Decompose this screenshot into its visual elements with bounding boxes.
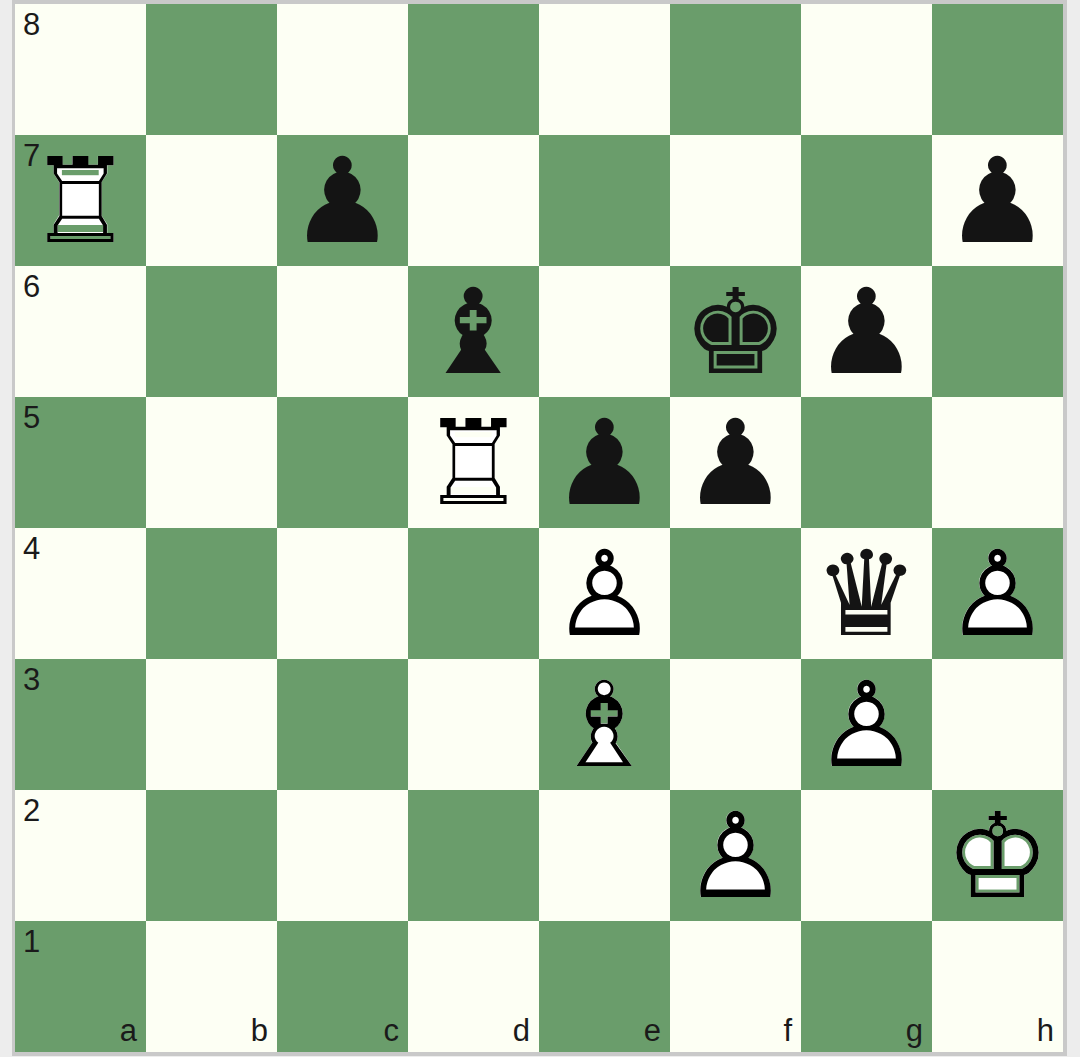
square-b3[interactable] bbox=[146, 659, 277, 790]
chess-board-frame: 87♜♖♟♟6♝♚♟5♜♖♟♟4♟♙♛♟♙3♝♗♟♙2♟♙♚♔1abcdefgh bbox=[12, 0, 1067, 1056]
square-c4[interactable] bbox=[277, 528, 408, 659]
square-g7[interactable] bbox=[801, 135, 932, 266]
square-b6[interactable] bbox=[146, 266, 277, 397]
black-pawn: ♟ bbox=[670, 397, 801, 528]
white-bishop-fill: ♝ bbox=[539, 659, 670, 790]
white-rook: ♖ bbox=[408, 397, 539, 528]
white-pawn-fill: ♟ bbox=[670, 790, 801, 921]
file-label-h: h bbox=[1037, 1013, 1054, 1049]
black-queen: ♛ bbox=[801, 528, 932, 659]
rank-label-5: 5 bbox=[23, 400, 40, 436]
square-d1[interactable]: d bbox=[408, 921, 539, 1052]
square-g2[interactable] bbox=[801, 790, 932, 921]
square-c2[interactable] bbox=[277, 790, 408, 921]
rank-label-2: 2 bbox=[23, 793, 40, 829]
square-a2[interactable]: 2 bbox=[15, 790, 146, 921]
white-pawn-fill: ♟ bbox=[801, 659, 932, 790]
square-g5[interactable] bbox=[801, 397, 932, 528]
black-pawn: ♟ bbox=[932, 135, 1063, 266]
square-f6[interactable]: ♚ bbox=[670, 266, 801, 397]
square-e4[interactable]: ♟♙ bbox=[539, 528, 670, 659]
rank-label-4: 4 bbox=[23, 531, 40, 567]
square-e2[interactable] bbox=[539, 790, 670, 921]
rank-label-8: 8 bbox=[23, 7, 40, 43]
white-pawn: ♙ bbox=[932, 528, 1063, 659]
rank-label-3: 3 bbox=[23, 662, 40, 698]
square-f4[interactable] bbox=[670, 528, 801, 659]
square-e5[interactable]: ♟ bbox=[539, 397, 670, 528]
rank-label-1: 1 bbox=[23, 924, 40, 960]
file-label-a: a bbox=[120, 1013, 137, 1049]
square-a4[interactable]: 4 bbox=[15, 528, 146, 659]
black-pawn: ♟ bbox=[801, 266, 932, 397]
square-b4[interactable] bbox=[146, 528, 277, 659]
white-pawn: ♙ bbox=[539, 528, 670, 659]
black-pawn: ♟ bbox=[539, 397, 670, 528]
square-d5[interactable]: ♜♖ bbox=[408, 397, 539, 528]
square-h7[interactable]: ♟ bbox=[932, 135, 1063, 266]
file-label-b: b bbox=[251, 1013, 268, 1049]
square-b5[interactable] bbox=[146, 397, 277, 528]
square-d3[interactable] bbox=[408, 659, 539, 790]
square-d6[interactable]: ♝ bbox=[408, 266, 539, 397]
square-b8[interactable] bbox=[146, 4, 277, 135]
square-g6[interactable]: ♟ bbox=[801, 266, 932, 397]
square-e1[interactable]: e bbox=[539, 921, 670, 1052]
file-label-g: g bbox=[906, 1013, 923, 1049]
square-f7[interactable] bbox=[670, 135, 801, 266]
square-h2[interactable]: ♚♔ bbox=[932, 790, 1063, 921]
square-f3[interactable] bbox=[670, 659, 801, 790]
rank-label-7: 7 bbox=[23, 138, 40, 174]
square-d4[interactable] bbox=[408, 528, 539, 659]
square-b7[interactable] bbox=[146, 135, 277, 266]
rank-label-6: 6 bbox=[23, 269, 40, 305]
black-pawn: ♟ bbox=[277, 135, 408, 266]
square-d2[interactable] bbox=[408, 790, 539, 921]
square-h8[interactable] bbox=[932, 4, 1063, 135]
square-c6[interactable] bbox=[277, 266, 408, 397]
white-pawn-fill: ♟ bbox=[539, 528, 670, 659]
square-c3[interactable] bbox=[277, 659, 408, 790]
square-c8[interactable] bbox=[277, 4, 408, 135]
square-g3[interactable]: ♟♙ bbox=[801, 659, 932, 790]
square-h3[interactable] bbox=[932, 659, 1063, 790]
square-g4[interactable]: ♛ bbox=[801, 528, 932, 659]
square-d7[interactable] bbox=[408, 135, 539, 266]
white-king-fill: ♚ bbox=[932, 790, 1063, 921]
square-a7[interactable]: 7♜♖ bbox=[15, 135, 146, 266]
file-label-d: d bbox=[513, 1013, 530, 1049]
square-b1[interactable]: b bbox=[146, 921, 277, 1052]
square-h4[interactable]: ♟♙ bbox=[932, 528, 1063, 659]
square-e3[interactable]: ♝♗ bbox=[539, 659, 670, 790]
square-e7[interactable] bbox=[539, 135, 670, 266]
square-c5[interactable] bbox=[277, 397, 408, 528]
white-rook-fill: ♜ bbox=[15, 135, 146, 266]
square-g8[interactable] bbox=[801, 4, 932, 135]
square-a6[interactable]: 6 bbox=[15, 266, 146, 397]
square-c7[interactable]: ♟ bbox=[277, 135, 408, 266]
square-f8[interactable] bbox=[670, 4, 801, 135]
square-a8[interactable]: 8 bbox=[15, 4, 146, 135]
file-label-e: e bbox=[644, 1013, 661, 1049]
square-e8[interactable] bbox=[539, 4, 670, 135]
white-pawn: ♙ bbox=[801, 659, 932, 790]
square-a5[interactable]: 5 bbox=[15, 397, 146, 528]
square-f5[interactable]: ♟ bbox=[670, 397, 801, 528]
white-bishop: ♗ bbox=[539, 659, 670, 790]
black-bishop: ♝ bbox=[408, 266, 539, 397]
square-h5[interactable] bbox=[932, 397, 1063, 528]
chess-board: 87♜♖♟♟6♝♚♟5♜♖♟♟4♟♙♛♟♙3♝♗♟♙2♟♙♚♔1abcdefgh bbox=[15, 4, 1063, 1052]
file-label-c: c bbox=[384, 1013, 400, 1049]
white-pawn: ♙ bbox=[670, 790, 801, 921]
square-h1[interactable]: h bbox=[932, 921, 1063, 1052]
square-c1[interactable]: c bbox=[277, 921, 408, 1052]
square-b2[interactable] bbox=[146, 790, 277, 921]
file-label-f: f bbox=[783, 1013, 792, 1049]
black-king: ♚ bbox=[670, 266, 801, 397]
square-h6[interactable] bbox=[932, 266, 1063, 397]
white-king: ♔ bbox=[932, 790, 1063, 921]
square-a3[interactable]: 3 bbox=[15, 659, 146, 790]
square-a1[interactable]: 1a bbox=[15, 921, 146, 1052]
square-f2[interactable]: ♟♙ bbox=[670, 790, 801, 921]
white-rook-fill: ♜ bbox=[408, 397, 539, 528]
square-d8[interactable] bbox=[408, 4, 539, 135]
square-f1[interactable]: f bbox=[670, 921, 801, 1052]
white-rook: ♖ bbox=[15, 135, 146, 266]
square-g1[interactable]: g bbox=[801, 921, 932, 1052]
square-e6[interactable] bbox=[539, 266, 670, 397]
white-pawn-fill: ♟ bbox=[932, 528, 1063, 659]
